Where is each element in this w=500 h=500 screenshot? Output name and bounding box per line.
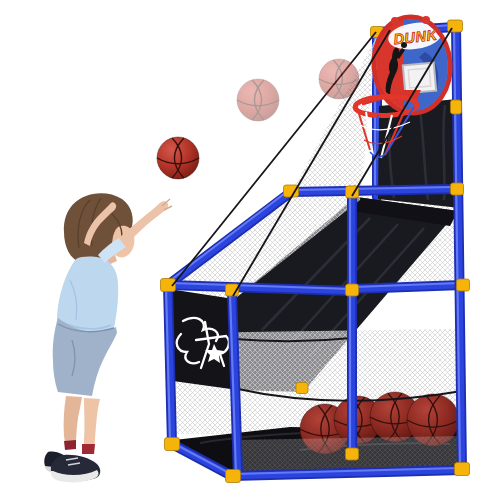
ring-ball-icon bbox=[391, 17, 399, 25]
scene-canvas: DUNK bbox=[0, 0, 500, 500]
sock bbox=[64, 440, 76, 450]
frame-pipe bbox=[350, 192, 352, 454]
product-photo: DUNK bbox=[0, 0, 500, 500]
frame-pipe bbox=[352, 283, 462, 289]
basketball bbox=[157, 137, 199, 179]
sock bbox=[82, 444, 95, 454]
shooter-square bbox=[403, 63, 436, 94]
frame-pipe bbox=[291, 187, 457, 192]
basketball-motion-ghost bbox=[237, 79, 279, 121]
frame-pipe bbox=[166, 285, 172, 444]
basketball-motion-ghost bbox=[319, 59, 359, 99]
ring-ball-icon bbox=[422, 16, 430, 24]
